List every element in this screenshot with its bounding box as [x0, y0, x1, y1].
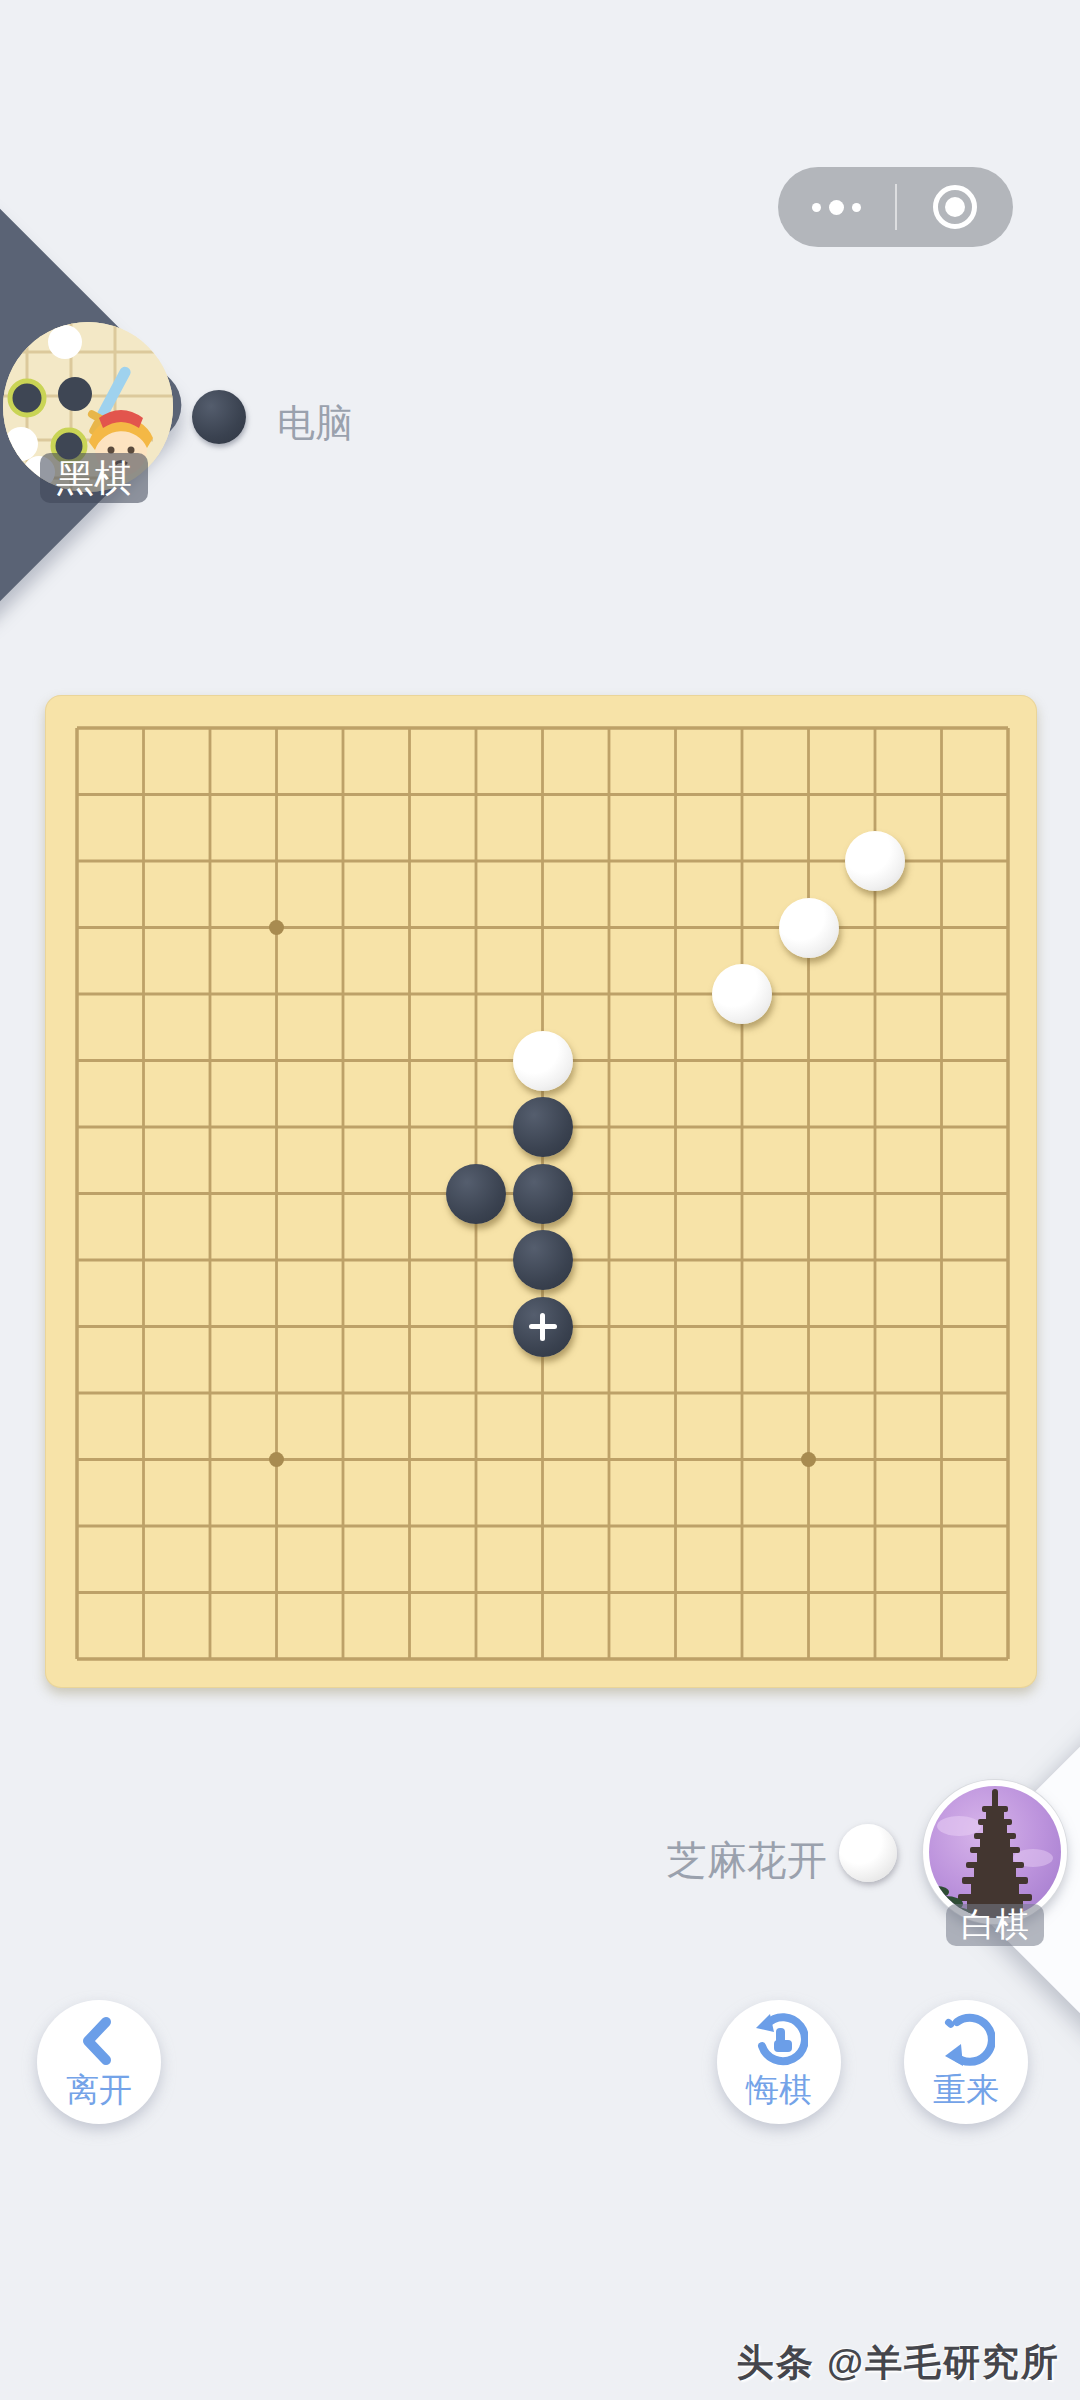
black-badge: 黑棋 [40, 453, 148, 503]
restart-arrow-icon [937, 2012, 995, 2070]
wechat-capsule [778, 167, 1013, 247]
restart-button-label: 重来 [933, 2068, 999, 2113]
white-badge: 白棋 [946, 1904, 1044, 1946]
ellipsis-icon [812, 200, 861, 215]
target-circle-icon [933, 185, 977, 229]
undo-hand-icon [750, 2012, 808, 2070]
white-player-name: 芝麻花开 [667, 1833, 827, 1888]
capsule-home-button[interactable] [897, 167, 1014, 247]
white-stone-indicator [839, 1824, 897, 1882]
restart-button[interactable]: 重来 [904, 2000, 1028, 2124]
back-chevron-icon [72, 2012, 126, 2070]
leave-button[interactable]: 离开 [37, 2000, 161, 2124]
white-avatar-photo-pagoda [929, 1786, 1061, 1918]
game-screen: 黑棋 电脑 芝麻花开 [0, 0, 1080, 2400]
black-player-name: 电脑 [277, 398, 353, 449]
undo-button-label: 悔棋 [746, 2068, 812, 2113]
black-stone-indicator [192, 390, 246, 444]
leave-button-label: 离开 [66, 2068, 132, 2113]
capsule-more-button[interactable] [778, 167, 895, 247]
gomoku-board[interactable] [45, 695, 1037, 1688]
undo-move-button[interactable]: 悔棋 [717, 2000, 841, 2124]
watermark: 头条 @羊毛研究所 [737, 2338, 1060, 2388]
board-grid-lines [45, 695, 1037, 1688]
